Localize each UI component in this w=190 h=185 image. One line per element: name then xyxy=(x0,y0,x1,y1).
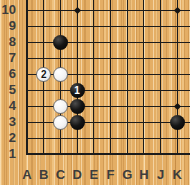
intersection-H8[interactable] xyxy=(135,34,152,50)
intersection-E5[interactable] xyxy=(85,82,102,98)
intersection-J9[interactable] xyxy=(152,18,169,34)
column-label-K: K xyxy=(169,167,185,183)
intersection-C4[interactable] xyxy=(52,98,69,114)
intersection-F3[interactable] xyxy=(102,114,119,130)
intersection-C9[interactable] xyxy=(52,18,69,34)
intersection-G4[interactable] xyxy=(119,98,136,114)
intersection-B4[interactable] xyxy=(35,98,52,114)
intersection-H7[interactable] xyxy=(135,50,152,66)
column-label-F: F xyxy=(103,167,119,183)
intersection-F8[interactable] xyxy=(102,34,119,50)
intersection-A8[interactable] xyxy=(19,34,36,50)
intersection-E6[interactable] xyxy=(85,66,102,82)
intersection-G5[interactable] xyxy=(119,82,136,98)
intersection-C6[interactable] xyxy=(52,66,69,82)
intersection-C1[interactable] xyxy=(52,146,69,162)
row-label-9: 9 xyxy=(0,19,16,33)
intersection-K1[interactable] xyxy=(169,146,186,162)
star-point-K10 xyxy=(174,6,181,13)
row-label-2: 2 xyxy=(0,131,16,145)
intersection-D4[interactable] xyxy=(69,98,86,114)
intersection-E4[interactable] xyxy=(85,98,102,114)
intersection-C3[interactable] xyxy=(52,114,69,130)
intersection-D3[interactable] xyxy=(69,114,86,130)
intersection-F2[interactable] xyxy=(102,130,119,146)
intersection-A10[interactable] xyxy=(19,2,36,18)
intersection-C7[interactable] xyxy=(52,50,69,66)
intersection-H9[interactable] xyxy=(135,18,152,34)
intersection-K2[interactable] xyxy=(169,130,186,146)
intersection-F10[interactable] xyxy=(102,2,119,18)
intersection-D2[interactable] xyxy=(69,130,86,146)
intersection-C8[interactable] xyxy=(52,34,69,50)
white-stone-C6 xyxy=(53,67,68,82)
intersection-B3[interactable] xyxy=(35,114,52,130)
intersection-D5[interactable]: 1 xyxy=(69,82,86,98)
intersection-J2[interactable] xyxy=(152,130,169,146)
black-stone-D4 xyxy=(70,99,85,114)
intersection-F9[interactable] xyxy=(102,18,119,34)
row-label-10: 10 xyxy=(0,3,16,17)
intersection-A9[interactable] xyxy=(19,18,36,34)
intersection-A4[interactable] xyxy=(19,98,36,114)
intersection-C2[interactable] xyxy=(52,130,69,146)
intersection-A1[interactable] xyxy=(19,146,36,162)
black-stone-D5: 1 xyxy=(70,83,85,98)
intersection-E1[interactable] xyxy=(85,146,102,162)
white-stone-C3 xyxy=(53,115,68,130)
row-label-6: 6 xyxy=(0,67,16,81)
intersection-D10[interactable] xyxy=(69,2,86,18)
intersection-F6[interactable] xyxy=(102,66,119,82)
intersection-K6[interactable] xyxy=(169,66,186,82)
intersection-D9[interactable] xyxy=(69,18,86,34)
intersection-G9[interactable] xyxy=(119,18,136,34)
board-grid[interactable]: 21 xyxy=(19,2,186,162)
intersection-J3[interactable] xyxy=(152,114,169,130)
column-label-C: C xyxy=(52,167,68,183)
column-label-B: B xyxy=(36,167,52,183)
intersection-C10[interactable] xyxy=(52,2,69,18)
intersection-K9[interactable] xyxy=(169,18,186,34)
intersection-C5[interactable] xyxy=(52,82,69,98)
black-stone-C8 xyxy=(53,35,68,50)
intersection-K7[interactable] xyxy=(169,50,186,66)
intersection-H4[interactable] xyxy=(135,98,152,114)
column-label-A: A xyxy=(19,167,35,183)
intersection-K5[interactable] xyxy=(169,82,186,98)
intersection-J1[interactable] xyxy=(152,146,169,162)
intersection-B9[interactable] xyxy=(35,18,52,34)
row-label-1: 1 xyxy=(0,147,16,161)
intersection-D6[interactable] xyxy=(69,66,86,82)
row-label-4: 4 xyxy=(0,99,16,113)
intersection-K3[interactable] xyxy=(169,114,186,130)
column-label-E: E xyxy=(86,167,102,183)
intersection-J7[interactable] xyxy=(152,50,169,66)
row-label-8: 8 xyxy=(0,35,16,49)
intersection-G7[interactable] xyxy=(119,50,136,66)
intersection-E10[interactable] xyxy=(85,2,102,18)
intersection-G6[interactable] xyxy=(119,66,136,82)
column-label-D: D xyxy=(69,167,85,183)
intersection-A3[interactable] xyxy=(19,114,36,130)
intersection-E8[interactable] xyxy=(85,34,102,50)
intersection-F5[interactable] xyxy=(102,82,119,98)
intersection-E7[interactable] xyxy=(85,50,102,66)
white-stone-B6: 2 xyxy=(36,67,51,82)
row-label-7: 7 xyxy=(0,51,16,65)
intersection-H10[interactable] xyxy=(135,2,152,18)
intersection-E2[interactable] xyxy=(85,130,102,146)
intersection-A2[interactable] xyxy=(19,130,36,146)
column-label-G: G xyxy=(119,167,135,183)
intersection-K10[interactable] xyxy=(169,2,186,18)
star-point-K4 xyxy=(174,102,181,109)
intersection-G1[interactable] xyxy=(119,146,136,162)
intersection-F7[interactable] xyxy=(102,50,119,66)
intersection-K8[interactable] xyxy=(169,34,186,50)
intersection-E9[interactable] xyxy=(85,18,102,34)
black-stone-D3 xyxy=(70,115,85,130)
intersection-B7[interactable] xyxy=(35,50,52,66)
intersection-E3[interactable] xyxy=(85,114,102,130)
row-label-3: 3 xyxy=(0,115,16,129)
intersection-J5[interactable] xyxy=(152,82,169,98)
intersection-A7[interactable] xyxy=(19,50,36,66)
intersection-B2[interactable] xyxy=(35,130,52,146)
row-label-5: 5 xyxy=(0,83,16,97)
intersection-B1[interactable] xyxy=(35,146,52,162)
intersection-G2[interactable] xyxy=(119,130,136,146)
star-point-D10 xyxy=(74,6,81,13)
intersection-D1[interactable] xyxy=(69,146,86,162)
intersection-J10[interactable] xyxy=(152,2,169,18)
intersection-K4[interactable] xyxy=(169,98,186,114)
intersection-G8[interactable] xyxy=(119,34,136,50)
intersection-D7[interactable] xyxy=(69,50,86,66)
intersection-H6[interactable] xyxy=(135,66,152,82)
intersection-B5[interactable] xyxy=(35,82,52,98)
column-label-H: H xyxy=(136,167,152,183)
white-stone-C4 xyxy=(53,99,68,114)
intersection-B10[interactable] xyxy=(35,2,52,18)
column-label-J: J xyxy=(153,167,169,183)
intersection-D8[interactable] xyxy=(69,34,86,50)
black-stone-K3 xyxy=(170,115,185,130)
intersection-H2[interactable] xyxy=(135,130,152,146)
intersection-A5[interactable] xyxy=(19,82,36,98)
intersection-B6[interactable]: 2 xyxy=(35,66,52,82)
intersection-B8[interactable] xyxy=(35,34,52,50)
intersection-G10[interactable] xyxy=(119,2,136,18)
go-board: 10987654321 ABCDEFGHJK 21 xyxy=(0,0,190,185)
intersection-H5[interactable] xyxy=(135,82,152,98)
intersection-J6[interactable] xyxy=(152,66,169,82)
intersection-J4[interactable] xyxy=(152,98,169,114)
intersection-G3[interactable] xyxy=(119,114,136,130)
intersection-F4[interactable] xyxy=(102,98,119,114)
intersection-H3[interactable] xyxy=(135,114,152,130)
intersection-F1[interactable] xyxy=(102,146,119,162)
intersection-H1[interactable] xyxy=(135,146,152,162)
intersection-A6[interactable] xyxy=(19,66,36,82)
intersection-J8[interactable] xyxy=(152,34,169,50)
